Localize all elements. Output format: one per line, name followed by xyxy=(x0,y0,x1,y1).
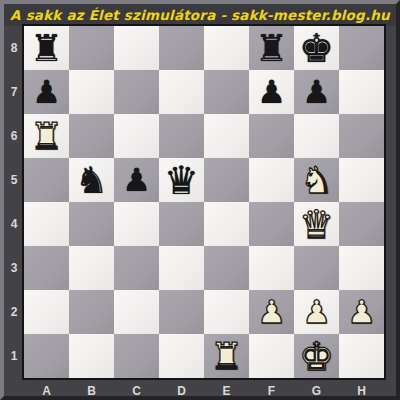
square-d6[interactable] xyxy=(159,114,204,158)
piece-white-rook-e1[interactable]: ♜ xyxy=(210,338,243,375)
square-h8[interactable] xyxy=(339,26,384,70)
square-h4[interactable] xyxy=(339,202,384,246)
square-h5[interactable] xyxy=(339,158,384,202)
square-d1[interactable] xyxy=(159,334,204,378)
square-e4[interactable] xyxy=(204,202,249,246)
square-e6[interactable] xyxy=(204,114,249,158)
square-e7[interactable] xyxy=(204,70,249,114)
square-g6[interactable] xyxy=(294,114,339,158)
square-a1[interactable] xyxy=(24,334,69,378)
square-c3[interactable] xyxy=(114,246,159,290)
chess-board[interactable]: ♜♜♚♟♟♟♜♞♟♛♞♛♟♟♟♜♚ xyxy=(24,26,384,378)
file-label-h: H xyxy=(339,382,384,400)
square-h1[interactable] xyxy=(339,334,384,378)
square-b5[interactable]: ♞ xyxy=(69,158,114,202)
rank-label-1: 1 xyxy=(4,334,24,378)
square-h2[interactable]: ♟ xyxy=(339,290,384,334)
square-a8[interactable]: ♜ xyxy=(24,26,69,70)
square-f3[interactable] xyxy=(249,246,294,290)
square-c2[interactable] xyxy=(114,290,159,334)
piece-black-queen-d5[interactable]: ♛ xyxy=(164,161,199,200)
square-f7[interactable]: ♟ xyxy=(249,70,294,114)
square-d2[interactable] xyxy=(159,290,204,334)
piece-black-knight-b5[interactable]: ♞ xyxy=(75,162,108,199)
square-b2[interactable] xyxy=(69,290,114,334)
piece-black-king-g8[interactable]: ♚ xyxy=(299,29,334,68)
file-label-b: B xyxy=(69,382,114,400)
square-a2[interactable] xyxy=(24,290,69,334)
chess-app-window: A sakk az Élet szimulátora - sakk-mester… xyxy=(0,0,400,400)
square-b6[interactable] xyxy=(69,114,114,158)
square-a5[interactable] xyxy=(24,158,69,202)
square-f1[interactable] xyxy=(249,334,294,378)
square-e3[interactable] xyxy=(204,246,249,290)
square-c5[interactable]: ♟ xyxy=(114,158,159,202)
board-area: 87654321 ♜♜♚♟♟♟♜♞♟♛♞♛♟♟♟♜♚ ABCDEFGH xyxy=(4,26,396,396)
file-label-c: C xyxy=(114,382,159,400)
square-a3[interactable] xyxy=(24,246,69,290)
square-h7[interactable] xyxy=(339,70,384,114)
file-label-g: G xyxy=(294,382,339,400)
square-d4[interactable] xyxy=(159,202,204,246)
square-c6[interactable] xyxy=(114,114,159,158)
square-a4[interactable] xyxy=(24,202,69,246)
rank-label-3: 3 xyxy=(4,246,24,290)
square-b4[interactable] xyxy=(69,202,114,246)
piece-white-pawn-f2[interactable]: ♟ xyxy=(257,296,286,328)
square-b3[interactable] xyxy=(69,246,114,290)
rank-label-7: 7 xyxy=(4,70,24,114)
square-c4[interactable] xyxy=(114,202,159,246)
square-g3[interactable] xyxy=(294,246,339,290)
square-f5[interactable] xyxy=(249,158,294,202)
rank-label-6: 6 xyxy=(4,114,24,158)
piece-black-pawn-g7[interactable]: ♟ xyxy=(302,76,331,108)
square-g5[interactable]: ♞ xyxy=(294,158,339,202)
piece-white-rook-a6[interactable]: ♜ xyxy=(30,118,63,155)
piece-black-rook-f8[interactable]: ♜ xyxy=(255,30,288,67)
square-f8[interactable]: ♜ xyxy=(249,26,294,70)
square-a7[interactable]: ♟ xyxy=(24,70,69,114)
square-g2[interactable]: ♟ xyxy=(294,290,339,334)
piece-black-pawn-f7[interactable]: ♟ xyxy=(257,76,286,108)
square-c8[interactable] xyxy=(114,26,159,70)
square-a6[interactable]: ♜ xyxy=(24,114,69,158)
square-e5[interactable] xyxy=(204,158,249,202)
file-label-e: E xyxy=(204,382,249,400)
square-g7[interactable]: ♟ xyxy=(294,70,339,114)
rank-label-2: 2 xyxy=(4,290,24,334)
square-c7[interactable] xyxy=(114,70,159,114)
square-d5[interactable]: ♛ xyxy=(159,158,204,202)
title-bar: A sakk az Élet szimulátora - sakk-mester… xyxy=(4,4,396,26)
piece-white-queen-g4[interactable]: ♛ xyxy=(299,205,334,244)
piece-white-pawn-g2[interactable]: ♟ xyxy=(302,296,331,328)
rank-label-4: 4 xyxy=(4,202,24,246)
piece-black-rook-a8[interactable]: ♜ xyxy=(30,30,63,67)
window-title: A sakk az Élet szimulátora - sakk-mester… xyxy=(10,7,390,23)
square-d3[interactable] xyxy=(159,246,204,290)
square-g4[interactable]: ♛ xyxy=(294,202,339,246)
piece-black-pawn-a7[interactable]: ♟ xyxy=(32,76,61,108)
square-f2[interactable]: ♟ xyxy=(249,290,294,334)
square-b1[interactable] xyxy=(69,334,114,378)
square-h6[interactable] xyxy=(339,114,384,158)
piece-black-pawn-c5[interactable]: ♟ xyxy=(122,164,151,196)
rank-label-8: 8 xyxy=(4,26,24,70)
square-e1[interactable]: ♜ xyxy=(204,334,249,378)
square-d8[interactable] xyxy=(159,26,204,70)
square-e8[interactable] xyxy=(204,26,249,70)
piece-white-knight-g5[interactable]: ♞ xyxy=(300,162,333,199)
file-label-a: A xyxy=(24,382,69,400)
file-label-d: D xyxy=(159,382,204,400)
rank-labels-column: 87654321 xyxy=(4,26,24,378)
square-e2[interactable] xyxy=(204,290,249,334)
square-b8[interactable] xyxy=(69,26,114,70)
square-c1[interactable] xyxy=(114,334,159,378)
square-d7[interactable] xyxy=(159,70,204,114)
file-label-f: F xyxy=(249,382,294,400)
square-b7[interactable] xyxy=(69,70,114,114)
piece-white-king-g1[interactable]: ♚ xyxy=(299,337,334,376)
square-g1[interactable]: ♚ xyxy=(294,334,339,378)
square-f6[interactable] xyxy=(249,114,294,158)
square-h3[interactable] xyxy=(339,246,384,290)
square-g8[interactable]: ♚ xyxy=(294,26,339,70)
rank-label-5: 5 xyxy=(4,158,24,202)
square-f4[interactable] xyxy=(249,202,294,246)
piece-white-pawn-h2[interactable]: ♟ xyxy=(347,296,376,328)
